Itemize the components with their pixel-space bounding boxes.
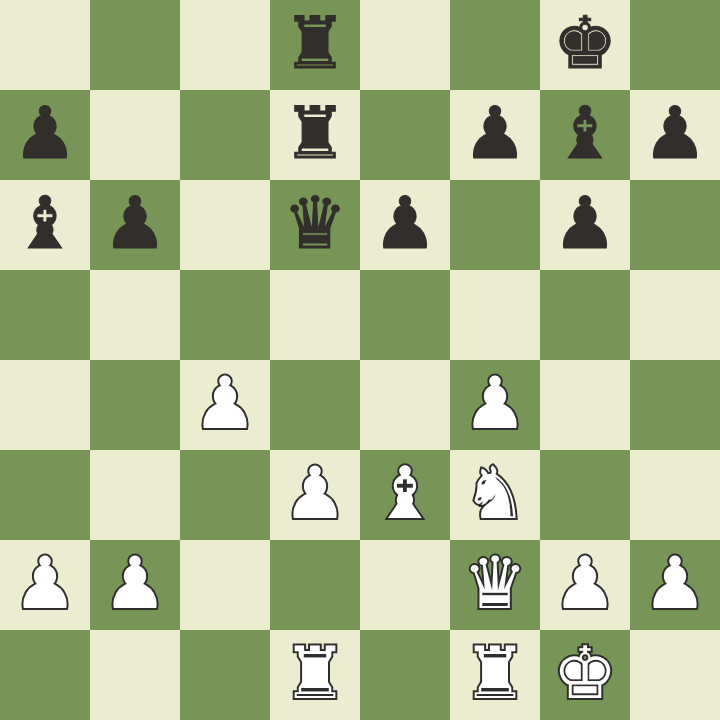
square-e7[interactable] [360, 90, 450, 180]
white-pawn[interactable]: ♟ [103, 538, 168, 628]
black-pawn[interactable]: ♟ [103, 178, 168, 268]
square-c6[interactable] [180, 180, 270, 270]
square-g5[interactable] [540, 270, 630, 360]
square-c1[interactable] [180, 630, 270, 720]
square-a5[interactable] [0, 270, 90, 360]
square-d6[interactable]: ♛ [270, 180, 360, 270]
square-d5[interactable] [270, 270, 360, 360]
black-bishop[interactable]: ♝ [13, 178, 78, 268]
square-b3[interactable] [90, 450, 180, 540]
white-pawn[interactable]: ♟ [553, 538, 618, 628]
white-pawn[interactable]: ♟ [13, 538, 78, 628]
square-f7[interactable]: ♟ [450, 90, 540, 180]
square-e8[interactable] [360, 0, 450, 90]
square-e6[interactable]: ♟ [360, 180, 450, 270]
square-f3[interactable]: ♞ [450, 450, 540, 540]
square-c7[interactable] [180, 90, 270, 180]
square-c8[interactable] [180, 0, 270, 90]
square-b7[interactable] [90, 90, 180, 180]
white-rook[interactable]: ♜ [283, 628, 348, 718]
square-b8[interactable] [90, 0, 180, 90]
white-bishop[interactable]: ♝ [373, 448, 438, 538]
square-d7[interactable]: ♜ [270, 90, 360, 180]
square-a1[interactable] [0, 630, 90, 720]
square-d1[interactable]: ♜ [270, 630, 360, 720]
black-pawn[interactable]: ♟ [13, 88, 78, 178]
square-e2[interactable] [360, 540, 450, 630]
square-g1[interactable]: ♚ [540, 630, 630, 720]
square-c3[interactable] [180, 450, 270, 540]
square-a3[interactable] [0, 450, 90, 540]
black-pawn[interactable]: ♟ [463, 88, 528, 178]
square-h8[interactable] [630, 0, 720, 90]
square-b5[interactable] [90, 270, 180, 360]
black-rook[interactable]: ♜ [283, 88, 348, 178]
square-d2[interactable] [270, 540, 360, 630]
square-e3[interactable]: ♝ [360, 450, 450, 540]
black-pawn[interactable]: ♟ [553, 178, 618, 268]
black-rook[interactable]: ♜ [283, 0, 348, 88]
square-g8[interactable]: ♚ [540, 0, 630, 90]
square-h5[interactable] [630, 270, 720, 360]
square-h6[interactable] [630, 180, 720, 270]
white-king[interactable]: ♚ [553, 628, 618, 718]
square-d8[interactable]: ♜ [270, 0, 360, 90]
square-g7[interactable]: ♝ [540, 90, 630, 180]
white-pawn[interactable]: ♟ [193, 358, 258, 448]
square-a6[interactable]: ♝ [0, 180, 90, 270]
chess-board: ♜♚♟♜♟♝♟♝♟♛♟♟♟♟♟♝♞♟♟♛♟♟♜♜♚ [0, 0, 720, 720]
black-bishop[interactable]: ♝ [553, 88, 618, 178]
square-a8[interactable] [0, 0, 90, 90]
square-d3[interactable]: ♟ [270, 450, 360, 540]
white-knight[interactable]: ♞ [463, 448, 528, 538]
white-pawn[interactable]: ♟ [463, 358, 528, 448]
square-f1[interactable]: ♜ [450, 630, 540, 720]
square-b1[interactable] [90, 630, 180, 720]
square-c5[interactable] [180, 270, 270, 360]
square-e1[interactable] [360, 630, 450, 720]
white-rook[interactable]: ♜ [463, 628, 528, 718]
square-f5[interactable] [450, 270, 540, 360]
square-h1[interactable] [630, 630, 720, 720]
square-g3[interactable] [540, 450, 630, 540]
square-c2[interactable] [180, 540, 270, 630]
square-f4[interactable]: ♟ [450, 360, 540, 450]
square-a4[interactable] [0, 360, 90, 450]
black-king[interactable]: ♚ [553, 0, 618, 88]
square-f6[interactable] [450, 180, 540, 270]
square-f8[interactable] [450, 0, 540, 90]
square-c4[interactable]: ♟ [180, 360, 270, 450]
square-g6[interactable]: ♟ [540, 180, 630, 270]
square-a2[interactable]: ♟ [0, 540, 90, 630]
black-queen[interactable]: ♛ [283, 178, 348, 268]
white-pawn[interactable]: ♟ [643, 538, 708, 628]
square-g4[interactable] [540, 360, 630, 450]
white-pawn[interactable]: ♟ [283, 448, 348, 538]
square-b6[interactable]: ♟ [90, 180, 180, 270]
square-f2[interactable]: ♛ [450, 540, 540, 630]
square-h3[interactable] [630, 450, 720, 540]
square-b2[interactable]: ♟ [90, 540, 180, 630]
black-pawn[interactable]: ♟ [643, 88, 708, 178]
square-h7[interactable]: ♟ [630, 90, 720, 180]
square-a7[interactable]: ♟ [0, 90, 90, 180]
square-h4[interactable] [630, 360, 720, 450]
square-b4[interactable] [90, 360, 180, 450]
white-queen[interactable]: ♛ [463, 538, 528, 628]
square-d4[interactable] [270, 360, 360, 450]
square-g2[interactable]: ♟ [540, 540, 630, 630]
square-e4[interactable] [360, 360, 450, 450]
square-h2[interactable]: ♟ [630, 540, 720, 630]
black-pawn[interactable]: ♟ [373, 178, 438, 268]
square-e5[interactable] [360, 270, 450, 360]
